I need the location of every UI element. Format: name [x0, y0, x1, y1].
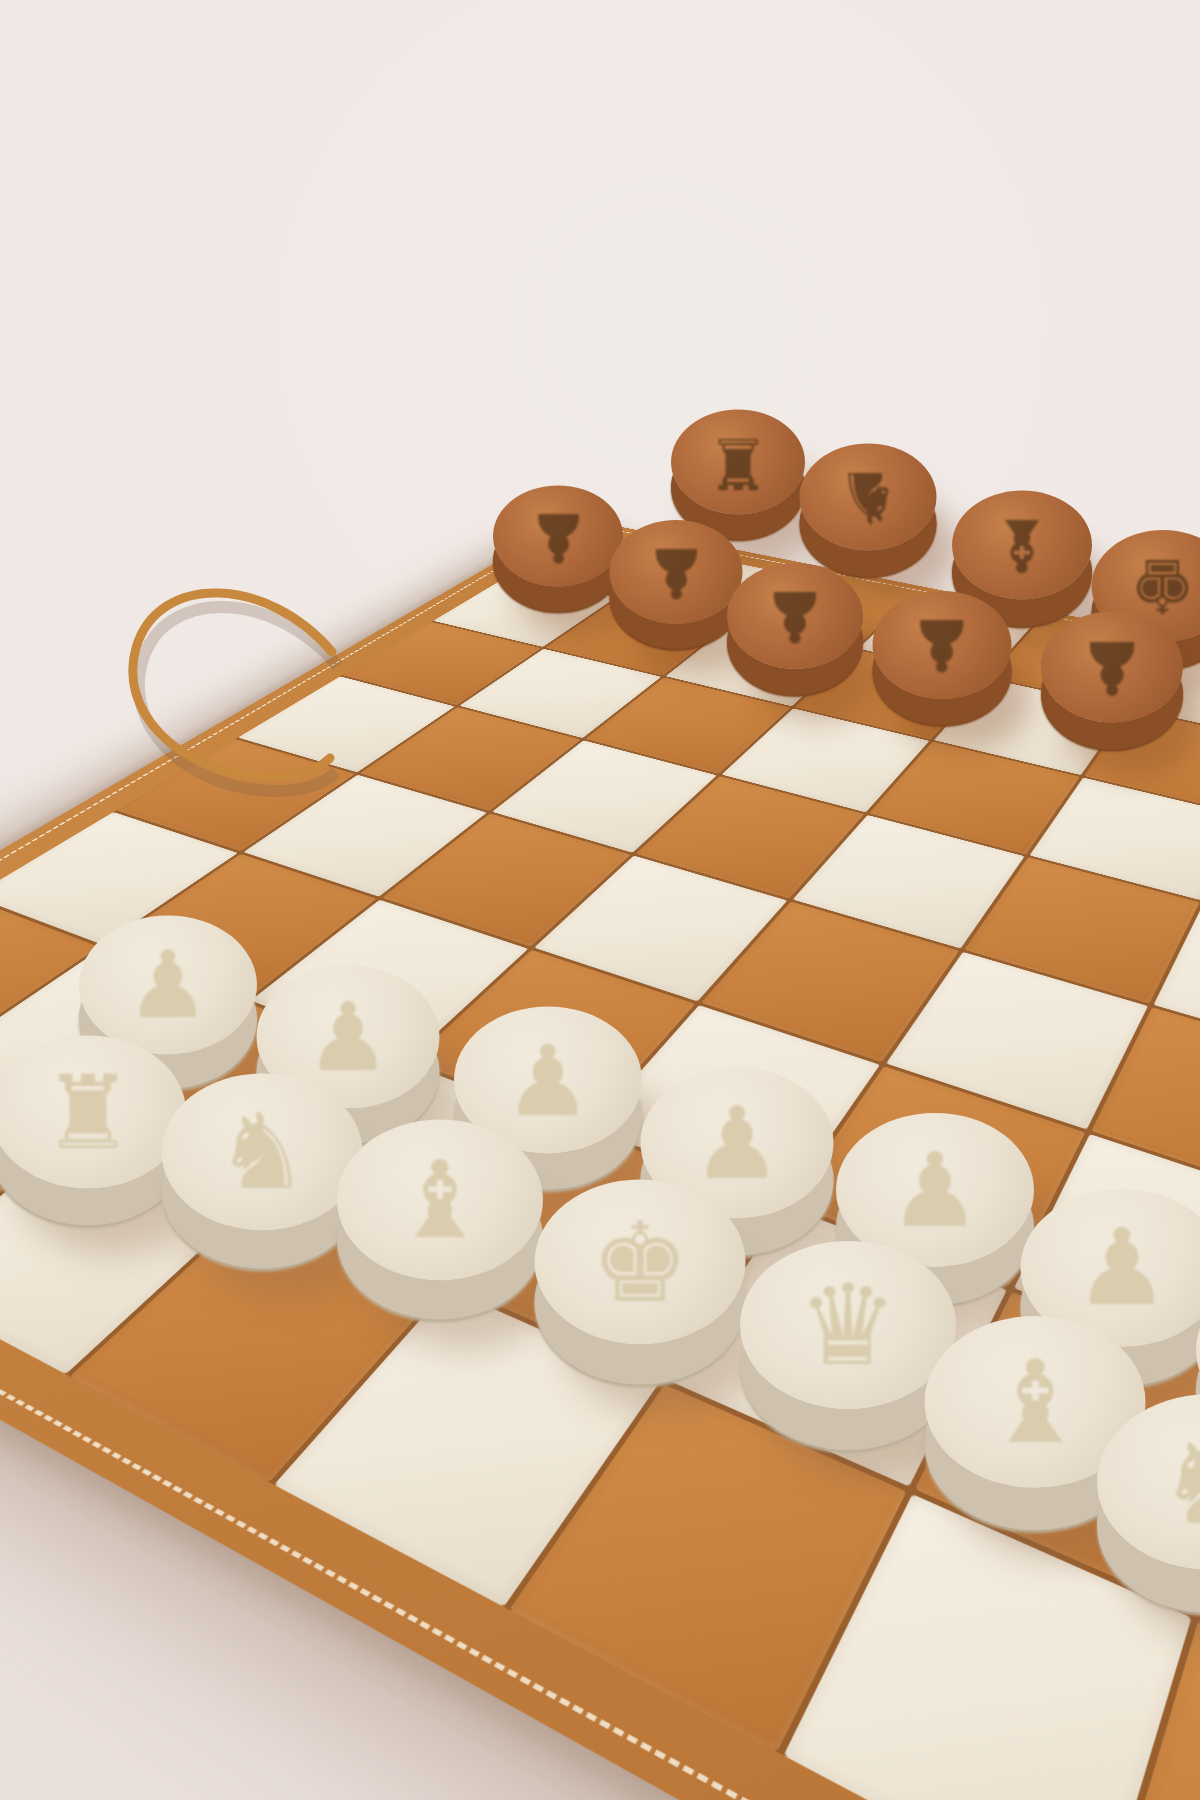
bishop-symbol: ♝: [983, 1345, 1086, 1460]
brown-pawn[interactable]: ♟: [493, 486, 623, 587]
brown-pawn[interactable]: ♟: [873, 591, 1012, 699]
white-pawn[interactable]: ♟: [79, 916, 257, 1055]
bishop-symbol: ♝: [392, 1147, 488, 1254]
pawn-symbol: ♟: [305, 990, 390, 1085]
pawn-symbol: ♟: [1079, 630, 1145, 704]
brown-pawn[interactable]: ♟: [1041, 612, 1183, 723]
bishop-symbol: ♝: [989, 509, 1054, 582]
piece-layer: ♜♞♟♝♟♚♟♟♟♟♟♟♜♟♞♟♝♚♟♛♟♝♞: [0, 0, 1200, 1800]
pawn-symbol: ♟: [504, 1031, 592, 1129]
pawn-symbol: ♟: [645, 538, 707, 607]
knight-symbol: ♞: [215, 1100, 309, 1205]
brown-rook[interactable]: ♜: [671, 410, 805, 515]
pawn-symbol: ♟: [910, 609, 975, 681]
pawn-symbol: ♟: [1074, 1215, 1169, 1321]
white-knight[interactable]: ♞: [162, 1074, 363, 1231]
white-bishop[interactable]: ♝: [337, 1120, 543, 1281]
knight-symbol: ♞: [836, 462, 900, 533]
pawn-symbol: ♟: [889, 1139, 981, 1242]
pawn-symbol: ♟: [126, 939, 209, 1032]
brown-pawn[interactable]: ♟: [610, 520, 743, 624]
pawn-symbol: ♟: [763, 581, 827, 652]
white-queen[interactable]: ♛: [740, 1241, 956, 1409]
brown-pawn[interactable]: ♟: [727, 563, 863, 669]
photo-scene: ♜♞♟♝♟♚♟♟♟♟♟♟♜♟♞♟♝♚♟♛♟♝♞: [0, 0, 1200, 1800]
pawn-symbol: ♟: [692, 1093, 782, 1193]
queen-symbol: ♛: [798, 1269, 898, 1381]
brown-knight[interactable]: ♞: [800, 444, 937, 551]
white-rook[interactable]: ♜: [0, 1036, 186, 1189]
rook-symbol: ♜: [42, 1061, 133, 1163]
rook-symbol: ♜: [707, 427, 770, 497]
king-symbol: ♚: [591, 1207, 690, 1317]
brown-bishop[interactable]: ♝: [952, 491, 1092, 600]
knight-symbol: ♞: [1157, 1423, 1200, 1541]
pawn-symbol: ♟: [528, 502, 589, 570]
king-symbol: ♚: [1130, 549, 1196, 623]
white-king[interactable]: ♚: [535, 1180, 746, 1345]
